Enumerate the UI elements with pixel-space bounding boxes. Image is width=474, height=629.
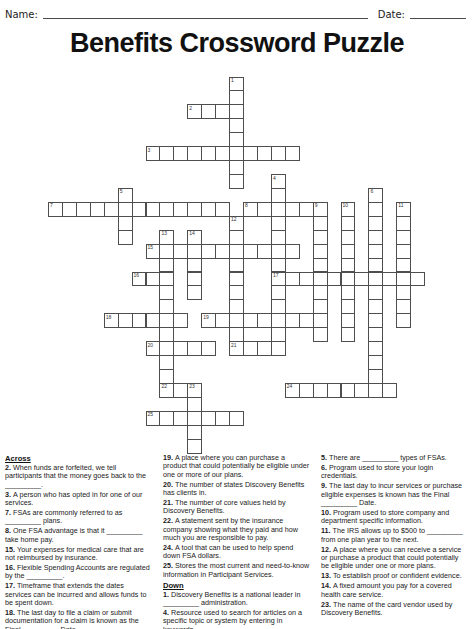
clue-down-1: 1. Discovery Benefits is a national lead…	[163, 591, 310, 608]
grid-cell-r14c26[interactable]	[410, 272, 425, 287]
grid-cell-r10c19[interactable]	[313, 216, 328, 231]
grid-cell-r14c23[interactable]	[368, 272, 383, 287]
clue-number-2: 2	[189, 106, 192, 111]
clue-across-20: 20. The number of states Discovery Benef…	[163, 481, 310, 498]
grid-cell-r5c7[interactable]: 3	[146, 146, 161, 161]
grid-cell-r9c19[interactable]: 9	[313, 202, 328, 217]
grid-cell-r16c21[interactable]	[341, 299, 356, 314]
clue-across-2: 2. When funds are forfeited, we tell par…	[5, 464, 152, 489]
grid-cell-r9c2[interactable]	[76, 202, 91, 217]
grid-cell-r3c13[interactable]	[229, 118, 244, 133]
clue-number-12: 12	[231, 217, 237, 222]
grid-cell-r14c24[interactable]	[382, 272, 397, 287]
grid-cell-r24c8[interactable]	[159, 411, 174, 426]
grid-cell-r15c13[interactable]	[229, 285, 244, 300]
clue-across-15: 15. Your expenses for medical care that …	[5, 546, 152, 563]
grid-cell-r6c13[interactable]	[229, 160, 244, 175]
grid-cell-r10c5[interactable]	[118, 216, 133, 231]
grid-cell-r12c7[interactable]: 15	[146, 244, 161, 259]
clue-across-16: 16. Flexible Spending Accounts are regul…	[5, 564, 152, 581]
grid-cell-r12c13[interactable]	[229, 244, 244, 259]
grid-cell-r19c7[interactable]: 20	[146, 341, 161, 356]
grid-cell-r2c12[interactable]	[215, 104, 230, 119]
clue-number-23: 23	[189, 384, 195, 389]
grid-cell-r11c19[interactable]	[313, 230, 328, 245]
grid-cell-r12c11[interactable]	[201, 244, 216, 259]
grid-cell-r22c19[interactable]	[313, 383, 328, 398]
grid-cell-r9c11[interactable]	[201, 202, 216, 217]
clue-number-7: 7	[50, 203, 53, 208]
grid-cell-r24c11[interactable]	[201, 411, 216, 426]
grid-cell-r13c8[interactable]	[159, 258, 174, 273]
grid-cell-r22c10[interactable]: 23	[187, 383, 202, 398]
grid-cell-r5c13[interactable]	[229, 146, 244, 161]
grid-cell-r18c8[interactable]	[159, 327, 174, 342]
grid-cell-r5c12[interactable]	[215, 146, 230, 161]
grid-cell-r24c9[interactable]	[173, 411, 188, 426]
grid-cell-r17c16[interactable]	[271, 313, 286, 328]
grid-cell-r18c13[interactable]	[229, 327, 244, 342]
grid-cell-r12c17[interactable]	[285, 244, 300, 259]
grid-cell-r12c10[interactable]	[187, 244, 202, 259]
grid-cell-r14c25[interactable]	[396, 272, 411, 287]
grid-cell-r14c13[interactable]	[229, 272, 244, 287]
clue-down-13: 13. To establish proof or confident evid…	[321, 572, 468, 580]
grid-cell-r11c16[interactable]	[271, 230, 286, 245]
grid-cell-r17c9[interactable]	[173, 313, 188, 328]
grid-cell-r12c9[interactable]	[173, 244, 188, 259]
grid-cell-r10c25[interactable]	[396, 216, 411, 231]
grid-cell-r1c13[interactable]	[229, 90, 244, 105]
grid-cell-r13c21[interactable]	[341, 258, 356, 273]
grid-cell-r10c16[interactable]	[271, 216, 286, 231]
grid-cell-r18c21[interactable]	[341, 327, 356, 342]
grid-cell-r15c10[interactable]	[187, 285, 202, 300]
grid-cell-r20c23[interactable]	[368, 355, 383, 370]
grid-cell-r17c4[interactable]: 18	[104, 313, 119, 328]
grid-cell-r17c5[interactable]	[118, 313, 133, 328]
clue-number-10: 10	[343, 203, 349, 208]
grid-cell-r22c8[interactable]: 22	[159, 383, 174, 398]
grid-cell-r8c23[interactable]: 6	[368, 188, 383, 203]
grid-cell-r15c21[interactable]	[341, 285, 356, 300]
clue-across-7: 7. FSAs are commonly referred to as ____…	[5, 509, 152, 526]
grid-cell-r9c18[interactable]	[299, 202, 314, 217]
grid-cell-r9c16[interactable]	[271, 202, 286, 217]
clue-number-9: 9	[315, 203, 318, 208]
grid-cell-r14c21[interactable]	[341, 272, 356, 287]
clue-across-8: 8. One FSA advantage is that it ________…	[5, 527, 152, 544]
grid-cell-r17c12[interactable]	[215, 313, 230, 328]
clue-number-4: 4	[273, 176, 276, 181]
grid-cell-r15c19[interactable]	[313, 285, 328, 300]
grid-cell-r9c7[interactable]	[146, 202, 161, 217]
grid-cell-r22c24[interactable]	[382, 383, 397, 398]
grid-cell-r19c13[interactable]: 21	[229, 341, 244, 356]
clue-down-11: 11. The IRS allows up to $500 to _______…	[321, 527, 468, 544]
clue-number-13: 13	[161, 231, 167, 236]
grid-cell-r14c10[interactable]	[187, 272, 202, 287]
grid-cell-r8c16[interactable]	[271, 188, 286, 203]
grid-cell-r5c16[interactable]	[271, 146, 286, 161]
grid-cell-r24c10[interactable]	[187, 411, 202, 426]
clue-down-9: 9. The last day to incur services or pur…	[321, 482, 468, 507]
clue-down-6: 6. Program used to store your login cred…	[321, 464, 468, 481]
grid-cell-r9c25[interactable]: 11	[396, 202, 411, 217]
grid-cell-r7c16[interactable]: 4	[271, 174, 286, 189]
grid-cell-r9c9[interactable]	[173, 202, 188, 217]
grid-cell-r17c8[interactable]	[159, 313, 174, 328]
grid-cell-r9c6[interactable]	[132, 202, 147, 217]
clue-number-18: 18	[106, 315, 112, 320]
grid-cell-r2c13[interactable]	[229, 104, 244, 119]
grid-cell-r19c15[interactable]	[257, 341, 272, 356]
grid-cell-r4c13[interactable]	[229, 132, 244, 147]
clue-number-15: 15	[148, 245, 154, 250]
grid-cell-r12c8[interactable]	[159, 244, 174, 259]
grid-cell-r0c13[interactable]: 1	[229, 77, 244, 92]
grid-cell-r11c13[interactable]	[229, 230, 244, 245]
grid-cell-r14c16[interactable]: 17	[271, 272, 286, 287]
clue-number-5: 5	[120, 189, 123, 194]
grid-cell-r5c15[interactable]	[257, 146, 272, 161]
grid-cell-r14c6[interactable]: 16	[132, 272, 147, 287]
grid-cell-r12c19[interactable]	[313, 244, 328, 259]
clue-number-25: 25	[148, 412, 154, 417]
grid-cell-r13c16[interactable]	[271, 258, 286, 273]
grid-cell-r17c23[interactable]	[368, 313, 383, 328]
clue-down-14: 14. A fixed amount you pay for a covered…	[321, 582, 468, 599]
grid-cell-r13c23[interactable]	[368, 258, 383, 273]
grid-cell-r17c19[interactable]	[313, 313, 328, 328]
grid-cell-r16c8[interactable]	[159, 299, 174, 314]
grid-cell-r21c8[interactable]	[159, 369, 174, 384]
clues-column-2: 19. A place where you can purchase a pro…	[158, 452, 316, 629]
clue-down-23: 23. The name of the card vendor used by …	[321, 601, 468, 618]
grid-cell-r13c13[interactable]	[229, 258, 244, 273]
grid-cell-r9c1[interactable]	[62, 202, 77, 217]
grid-cell-r15c16[interactable]	[271, 285, 286, 300]
grid-cell-r19c23[interactable]	[368, 341, 383, 356]
grid-cell-r19c8[interactable]	[159, 341, 174, 356]
grid-cell-r17c14[interactable]	[243, 313, 258, 328]
grid-cell-r9c15[interactable]	[257, 202, 272, 217]
clue-number-8: 8	[245, 203, 248, 208]
grid-cell-r5c9[interactable]	[173, 146, 188, 161]
grid-cell-r11c21[interactable]	[341, 230, 356, 245]
clue-number-20: 20	[148, 343, 154, 348]
clue-number-17: 17	[273, 273, 279, 278]
grid-cell-r5c17[interactable]	[285, 146, 300, 161]
grid-cell-r19c9[interactable]	[173, 341, 188, 356]
grid-cell-r9c10[interactable]	[187, 202, 202, 217]
grid-cell-r17c25[interactable]	[396, 313, 411, 328]
clue-number-22: 22	[161, 384, 167, 389]
grid-cell-r12c12[interactable]	[215, 244, 230, 259]
grid-cell-r9c0[interactable]: 7	[48, 202, 63, 217]
grid-cell-r9c23[interactable]	[368, 202, 383, 217]
clue-down-4: 4. Resource used to search for articles …	[163, 609, 310, 629]
clues-column-3: 5. There are _________ types of FSAs.6. …	[316, 452, 474, 629]
grid-cell-r19c10[interactable]	[187, 341, 202, 356]
grid-cell-r10c23[interactable]	[368, 216, 383, 231]
clue-across-22: 22. A statement sent by the insurance co…	[163, 517, 310, 542]
grid-cell-r10c13[interactable]: 12	[229, 216, 244, 231]
clue-down-12: 12. A place where you can receive a serv…	[321, 546, 468, 571]
clue-number-19: 19	[203, 315, 209, 320]
grid-cell-r11c23[interactable]	[368, 230, 383, 245]
grid-cell-r22c23[interactable]	[368, 383, 383, 398]
grid-cell-r10c21[interactable]	[341, 216, 356, 231]
grid-cell-r2c10[interactable]: 2	[187, 104, 202, 119]
grid-cell-r12c21[interactable]	[341, 244, 356, 259]
grid-cell-r23c10[interactable]	[187, 397, 202, 412]
grid-cell-r17c17[interactable]	[285, 313, 300, 328]
grid-cell-r7c13[interactable]	[229, 174, 244, 189]
grid-cell-r17c18[interactable]	[299, 313, 314, 328]
grid-cell-r13c19[interactable]	[313, 258, 328, 273]
grid-cell-r14c7[interactable]	[146, 272, 161, 287]
grid-cell-r9c17[interactable]	[285, 202, 300, 217]
clue-number-14: 14	[189, 231, 195, 236]
grid-cell-r22c17[interactable]: 24	[285, 383, 300, 398]
grid-cell-r11c5[interactable]	[118, 230, 133, 245]
grid-cell-r19c14[interactable]	[243, 341, 258, 356]
clue-number-6: 6	[370, 189, 373, 194]
grid-cell-r5c11[interactable]	[201, 146, 216, 161]
crossword-grid: 1234567891011121314151617181920212223242…	[0, 0, 474, 474]
grid-cell-r9c14[interactable]: 8	[243, 202, 258, 217]
grid-cell-r11c25[interactable]	[396, 230, 411, 245]
grid-cell-r9c4[interactable]	[104, 202, 119, 217]
grid-cell-r17c7[interactable]	[146, 313, 161, 328]
grid-cell-r15c23[interactable]	[368, 285, 383, 300]
clue-across-21: 21. The number of core values held by Di…	[163, 499, 310, 516]
clue-across-24: 24. A tool that can be used to help spen…	[163, 544, 310, 561]
grid-cell-r15c8[interactable]	[159, 285, 174, 300]
grid-cell-r17c13[interactable]	[229, 313, 244, 328]
clue-down-10: 10. Program used to store company and de…	[321, 509, 468, 526]
grid-cell-r8c5[interactable]: 5	[118, 188, 133, 203]
grid-cell-r16c19[interactable]	[313, 299, 328, 314]
down-header: Down	[163, 581, 310, 590]
grid-cell-r12c16[interactable]	[271, 244, 286, 259]
grid-cell-r9c5[interactable]	[118, 202, 133, 217]
grid-cell-r12c14[interactable]	[243, 244, 258, 259]
clue-number-24: 24	[287, 384, 293, 389]
grid-cell-r14c19[interactable]	[313, 272, 328, 287]
grid-cell-r19c16[interactable]	[271, 341, 286, 356]
grid-cell-r18c16[interactable]	[271, 327, 286, 342]
grid-cell-r22c18[interactable]	[299, 383, 314, 398]
grid-cell-r16c16[interactable]	[271, 299, 286, 314]
grid-cell-r24c13[interactable]	[229, 411, 244, 426]
grid-cell-r19c11[interactable]	[201, 341, 216, 356]
clue-across-25: 25. Stores the most current and need-to-…	[163, 562, 310, 579]
grid-cell-r9c21[interactable]: 10	[341, 202, 356, 217]
grid-cell-r17c11[interactable]: 19	[201, 313, 216, 328]
across-header: Across	[5, 454, 152, 463]
grid-cell-r22c9[interactable]	[173, 383, 188, 398]
grid-cell-r9c12[interactable]	[215, 202, 230, 217]
clue-down-5: 5. There are _________ types of FSAs.	[321, 454, 468, 462]
grid-cell-r16c25[interactable]	[396, 299, 411, 314]
grid-cell-r14c18[interactable]	[299, 272, 314, 287]
clue-across-19: 19. A place where you can purchase a pro…	[163, 454, 310, 479]
grid-cell-r24c7[interactable]: 25	[146, 411, 161, 426]
grid-cell-r22c22[interactable]	[354, 383, 369, 398]
grid-cell-r12c15[interactable]	[257, 244, 272, 259]
grid-cell-r25c10[interactable]	[187, 425, 202, 440]
grid-cell-r5c8[interactable]	[159, 146, 174, 161]
grid-cell-r18c23[interactable]	[368, 327, 383, 342]
grid-cell-r11c8[interactable]: 13	[159, 230, 174, 245]
grid-cell-r5c10[interactable]	[187, 146, 202, 161]
clue-number-16: 16	[134, 273, 140, 278]
grid-cell-r13c25[interactable]	[396, 258, 411, 273]
clue-number-1: 1	[231, 78, 234, 83]
grid-cell-r16c13[interactable]	[229, 299, 244, 314]
clue-number-21: 21	[231, 343, 237, 348]
grid-cell-r17c15[interactable]	[257, 313, 272, 328]
grid-cell-r5c14[interactable]	[243, 146, 258, 161]
clue-across-3: 3. A person who has opted in for one of …	[5, 491, 152, 508]
clue-across-17: 17. Timeframe that extends the dates ser…	[5, 582, 152, 607]
grid-cell-r13c10[interactable]	[187, 258, 202, 273]
grid-cell-r17c6[interactable]	[132, 313, 147, 328]
grid-cell-r14c22[interactable]	[354, 272, 369, 287]
grid-cell-r9c8[interactable]	[159, 202, 174, 217]
grid-cell-r18c19[interactable]	[313, 327, 328, 342]
grid-cell-r12c25[interactable]	[396, 244, 411, 259]
grid-cell-r17c21[interactable]	[341, 313, 356, 328]
clue-number-11: 11	[398, 203, 403, 208]
grid-cell-r14c17[interactable]	[285, 272, 300, 287]
grid-cell-r22c21[interactable]	[341, 383, 356, 398]
grid-cell-r9c3[interactable]	[90, 202, 105, 217]
clue-number-3: 3	[148, 148, 151, 153]
clue-across-18: 18. The last day to file a claim or subm…	[5, 609, 152, 629]
grid-cell-r21c23[interactable]	[368, 369, 383, 384]
grid-cell-r15c25[interactable]	[396, 285, 411, 300]
grid-cell-r24c12[interactable]	[215, 411, 230, 426]
grid-cell-r22c20[interactable]	[327, 383, 342, 398]
grid-cell-r14c20[interactable]	[327, 272, 342, 287]
clues-column-1: Across2. When funds are forfeited, we te…	[0, 452, 158, 629]
grid-cell-r2c11[interactable]	[201, 104, 216, 119]
grid-cell-r16c23[interactable]	[368, 299, 383, 314]
grid-cell-r12c23[interactable]	[368, 244, 383, 259]
clues-section: Across2. When funds are forfeited, we te…	[0, 452, 474, 629]
grid-cell-r11c10[interactable]: 14	[187, 230, 202, 245]
grid-cell-r14c8[interactable]	[159, 272, 174, 287]
grid-cell-r20c8[interactable]	[159, 355, 174, 370]
